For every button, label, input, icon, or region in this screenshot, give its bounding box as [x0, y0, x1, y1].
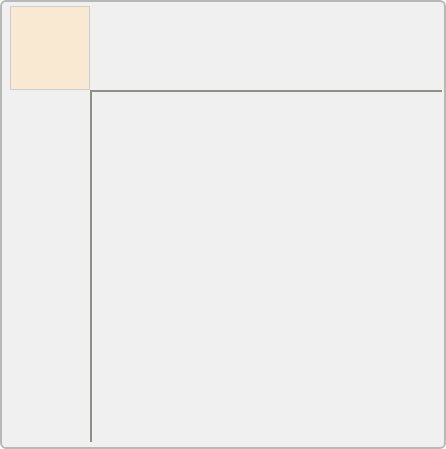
nonogram-window [0, 0, 446, 449]
column-clues [90, 6, 442, 90]
corner-panel [10, 6, 90, 90]
row-clues [10, 90, 90, 442]
puzzle-grid [90, 90, 442, 442]
nonogram-board [8, 4, 442, 442]
